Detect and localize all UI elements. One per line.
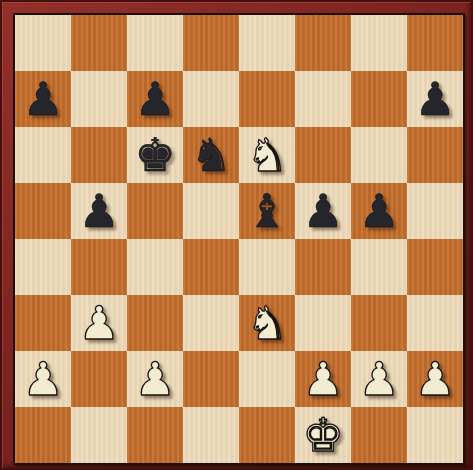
white-pawn[interactable]: ♟ (134, 356, 175, 402)
square-d6[interactable]: ♞ (183, 127, 239, 183)
square-f3[interactable] (295, 295, 351, 351)
square-f8[interactable] (295, 15, 351, 71)
black-pawn[interactable]: ♟ (22, 76, 63, 122)
square-b6[interactable] (71, 127, 127, 183)
square-a4[interactable] (15, 239, 71, 295)
square-g5[interactable]: ♟ (351, 183, 407, 239)
square-b8[interactable] (71, 15, 127, 71)
square-f6[interactable] (295, 127, 351, 183)
square-d7[interactable] (183, 71, 239, 127)
square-b7[interactable] (71, 71, 127, 127)
square-c8[interactable] (127, 15, 183, 71)
black-king[interactable]: ♚ (134, 132, 175, 178)
black-knight[interactable]: ♞ (190, 132, 231, 178)
square-g3[interactable] (351, 295, 407, 351)
square-e8[interactable] (239, 15, 295, 71)
square-b1[interactable] (71, 407, 127, 463)
square-b2[interactable] (71, 351, 127, 407)
white-knight[interactable]: ♞ (246, 132, 287, 178)
square-e3[interactable]: ♞ (239, 295, 295, 351)
white-pawn[interactable]: ♟ (358, 356, 399, 402)
black-pawn[interactable]: ♟ (358, 188, 399, 234)
square-a5[interactable] (15, 183, 71, 239)
square-e5[interactable]: ♝ (239, 183, 295, 239)
square-f4[interactable] (295, 239, 351, 295)
square-c5[interactable] (127, 183, 183, 239)
square-a7[interactable]: ♟ (15, 71, 71, 127)
square-d2[interactable] (183, 351, 239, 407)
square-c1[interactable] (127, 407, 183, 463)
white-pawn[interactable]: ♟ (22, 356, 63, 402)
square-c2[interactable]: ♟ (127, 351, 183, 407)
board-border: ♟♟♟♚♞♞♟♝♟♟♟♞♟♟♟♟♟♚ (13, 13, 465, 465)
square-c4[interactable] (127, 239, 183, 295)
square-a1[interactable] (15, 407, 71, 463)
square-a3[interactable] (15, 295, 71, 351)
square-e2[interactable] (239, 351, 295, 407)
square-e7[interactable] (239, 71, 295, 127)
square-g2[interactable]: ♟ (351, 351, 407, 407)
black-bishop[interactable]: ♝ (246, 188, 287, 234)
board-frame: ♟♟♟♚♞♞♟♝♟♟♟♞♟♟♟♟♟♚ (0, 0, 473, 470)
square-g4[interactable] (351, 239, 407, 295)
square-f2[interactable]: ♟ (295, 351, 351, 407)
square-h5[interactable] (407, 183, 463, 239)
black-pawn[interactable]: ♟ (134, 76, 175, 122)
square-g8[interactable] (351, 15, 407, 71)
square-g7[interactable] (351, 71, 407, 127)
square-b4[interactable] (71, 239, 127, 295)
white-knight[interactable]: ♞ (246, 300, 287, 346)
square-h6[interactable] (407, 127, 463, 183)
chess-board: ♟♟♟♚♞♞♟♝♟♟♟♞♟♟♟♟♟♚ (15, 15, 463, 463)
square-c6[interactable]: ♚ (127, 127, 183, 183)
square-f5[interactable]: ♟ (295, 183, 351, 239)
square-c3[interactable] (127, 295, 183, 351)
white-pawn[interactable]: ♟ (78, 300, 119, 346)
square-h4[interactable] (407, 239, 463, 295)
square-a6[interactable] (15, 127, 71, 183)
square-d8[interactable] (183, 15, 239, 71)
square-b3[interactable]: ♟ (71, 295, 127, 351)
square-b5[interactable]: ♟ (71, 183, 127, 239)
square-e4[interactable] (239, 239, 295, 295)
square-h7[interactable]: ♟ (407, 71, 463, 127)
square-h1[interactable] (407, 407, 463, 463)
square-e1[interactable] (239, 407, 295, 463)
square-d5[interactable] (183, 183, 239, 239)
square-c7[interactable]: ♟ (127, 71, 183, 127)
square-a8[interactable] (15, 15, 71, 71)
black-pawn[interactable]: ♟ (302, 188, 343, 234)
square-e6[interactable]: ♞ (239, 127, 295, 183)
square-g1[interactable] (351, 407, 407, 463)
square-h2[interactable]: ♟ (407, 351, 463, 407)
white-pawn[interactable]: ♟ (414, 356, 455, 402)
black-pawn[interactable]: ♟ (78, 188, 119, 234)
square-g6[interactable] (351, 127, 407, 183)
black-pawn[interactable]: ♟ (414, 76, 455, 122)
white-pawn[interactable]: ♟ (302, 356, 343, 402)
square-h3[interactable] (407, 295, 463, 351)
square-a2[interactable]: ♟ (15, 351, 71, 407)
white-king[interactable]: ♚ (302, 412, 343, 458)
square-f7[interactable] (295, 71, 351, 127)
square-d3[interactable] (183, 295, 239, 351)
square-f1[interactable]: ♚ (295, 407, 351, 463)
square-d4[interactable] (183, 239, 239, 295)
square-h8[interactable] (407, 15, 463, 71)
square-d1[interactable] (183, 407, 239, 463)
